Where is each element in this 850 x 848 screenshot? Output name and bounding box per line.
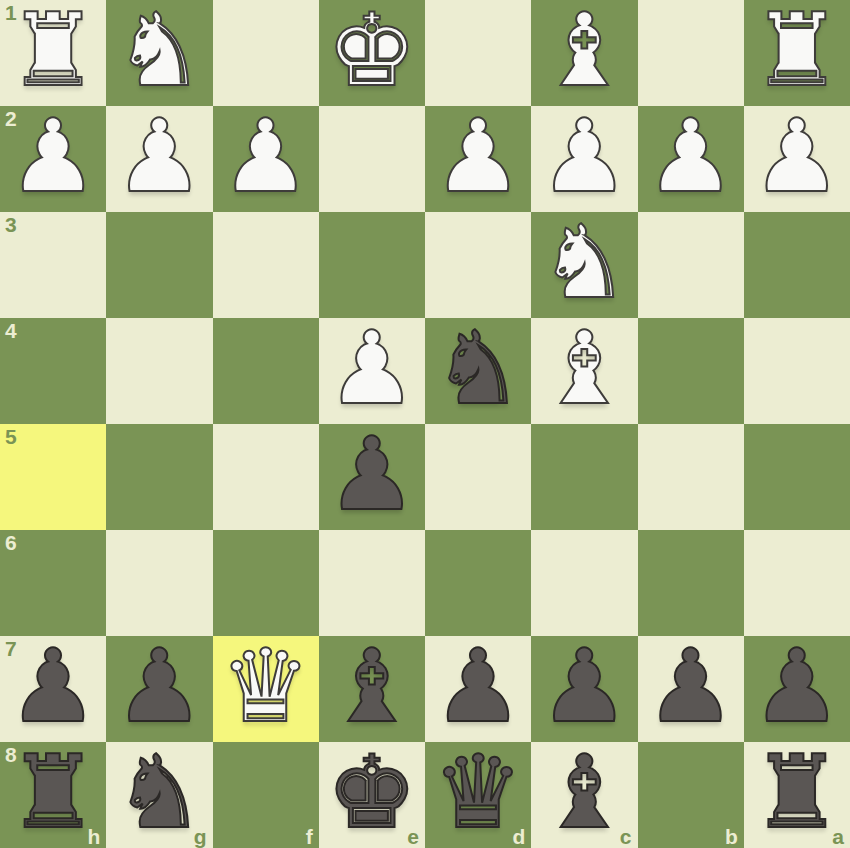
square-c1[interactable]: ♝ [531,0,637,106]
square-f4[interactable] [213,318,319,424]
white-king[interactable]: ♚ [327,0,418,103]
square-d6[interactable] [425,530,531,636]
black-pawn[interactable]: ♟ [752,636,843,739]
square-e7[interactable]: ♝ [319,636,425,742]
white-pawn[interactable]: ♟ [114,106,205,209]
black-pawn[interactable]: ♟ [327,424,418,527]
square-e5[interactable]: ♟ [319,424,425,530]
square-h4[interactable]: 4 [0,318,106,424]
square-b8[interactable]: b [638,742,744,848]
square-d3[interactable] [425,212,531,318]
black-pawn[interactable]: ♟ [8,636,99,739]
square-e2[interactable] [319,106,425,212]
rank-label-4: 4 [5,319,17,343]
black-bishop[interactable]: ♝ [539,742,630,845]
black-pawn[interactable]: ♟ [539,636,630,739]
rank-label-6: 6 [5,531,17,555]
white-pawn[interactable]: ♟ [220,106,311,209]
square-b4[interactable] [638,318,744,424]
square-c6[interactable] [531,530,637,636]
white-bishop[interactable]: ♝ [539,0,630,103]
square-b3[interactable] [638,212,744,318]
square-e1[interactable]: ♚ [319,0,425,106]
black-rook[interactable]: ♜ [752,742,843,845]
black-rook[interactable]: ♜ [8,742,99,845]
rank-label-3: 3 [5,213,17,237]
square-b1[interactable] [638,0,744,106]
square-f1[interactable] [213,0,319,106]
square-d1[interactable] [425,0,531,106]
white-bishop[interactable]: ♝ [539,318,630,421]
white-pawn[interactable]: ♟ [539,106,630,209]
square-a2[interactable]: ♟ [744,106,850,212]
square-h6[interactable]: 6 [0,530,106,636]
file-label-f: f [306,825,313,848]
black-king[interactable]: ♚ [327,742,418,845]
square-c5[interactable] [531,424,637,530]
black-pawn[interactable]: ♟ [114,636,205,739]
square-a3[interactable] [744,212,850,318]
square-b5[interactable] [638,424,744,530]
square-a6[interactable] [744,530,850,636]
white-pawn[interactable]: ♟ [752,106,843,209]
white-knight[interactable]: ♞ [539,212,630,315]
white-pawn[interactable]: ♟ [645,106,736,209]
white-pawn[interactable]: ♟ [8,106,99,209]
square-f6[interactable] [213,530,319,636]
white-queen[interactable]: ♛ [220,636,311,739]
square-f2[interactable]: ♟ [213,106,319,212]
black-knight[interactable]: ♞ [114,742,205,845]
square-a8[interactable]: a♜ [744,742,850,848]
black-pawn[interactable]: ♟ [645,636,736,739]
square-a4[interactable] [744,318,850,424]
square-d8[interactable]: d♛ [425,742,531,848]
square-e4[interactable]: ♟ [319,318,425,424]
square-b6[interactable] [638,530,744,636]
square-h7[interactable]: 7♟ [0,636,106,742]
square-f7[interactable]: ♛ [213,636,319,742]
square-g6[interactable] [106,530,212,636]
square-h1[interactable]: 1♜ [0,0,106,106]
square-h5[interactable]: 5 [0,424,106,530]
square-b2[interactable]: ♟ [638,106,744,212]
file-label-b: b [725,825,738,848]
square-g2[interactable]: ♟ [106,106,212,212]
square-f8[interactable]: f [213,742,319,848]
chess-board: 1♜♞♚♝♜2♟♟♟♟♟♟♟3♞4♟♞♝5♟67♟♟♛♝♟♟♟♟8h♜g♞fe♚… [0,0,850,848]
square-d7[interactable]: ♟ [425,636,531,742]
black-pawn[interactable]: ♟ [433,636,524,739]
black-queen[interactable]: ♛ [433,742,524,845]
square-d4[interactable]: ♞ [425,318,531,424]
square-f3[interactable] [213,212,319,318]
rank-label-5: 5 [5,425,17,449]
white-knight[interactable]: ♞ [114,0,205,103]
white-rook[interactable]: ♜ [8,0,99,103]
square-h3[interactable]: 3 [0,212,106,318]
black-bishop[interactable]: ♝ [327,636,418,739]
square-g7[interactable]: ♟ [106,636,212,742]
square-c2[interactable]: ♟ [531,106,637,212]
square-c7[interactable]: ♟ [531,636,637,742]
square-e6[interactable] [319,530,425,636]
square-c4[interactable]: ♝ [531,318,637,424]
square-d5[interactable] [425,424,531,530]
square-a7[interactable]: ♟ [744,636,850,742]
square-c3[interactable]: ♞ [531,212,637,318]
square-a5[interactable] [744,424,850,530]
white-rook[interactable]: ♜ [752,0,843,103]
square-g8[interactable]: g♞ [106,742,212,848]
square-b7[interactable]: ♟ [638,636,744,742]
square-g3[interactable] [106,212,212,318]
square-g1[interactable]: ♞ [106,0,212,106]
square-g5[interactable] [106,424,212,530]
square-g4[interactable] [106,318,212,424]
black-knight[interactable]: ♞ [433,318,524,421]
square-h2[interactable]: 2♟ [0,106,106,212]
square-c8[interactable]: c♝ [531,742,637,848]
square-e8[interactable]: e♚ [319,742,425,848]
square-f5[interactable] [213,424,319,530]
square-a1[interactable]: ♜ [744,0,850,106]
square-e3[interactable] [319,212,425,318]
square-d2[interactable]: ♟ [425,106,531,212]
square-h8[interactable]: 8h♜ [0,742,106,848]
board-grid: 1♜♞♚♝♜2♟♟♟♟♟♟♟3♞4♟♞♝5♟67♟♟♛♝♟♟♟♟8h♜g♞fe♚… [0,0,850,848]
white-pawn[interactable]: ♟ [433,106,524,209]
white-pawn[interactable]: ♟ [327,318,418,421]
